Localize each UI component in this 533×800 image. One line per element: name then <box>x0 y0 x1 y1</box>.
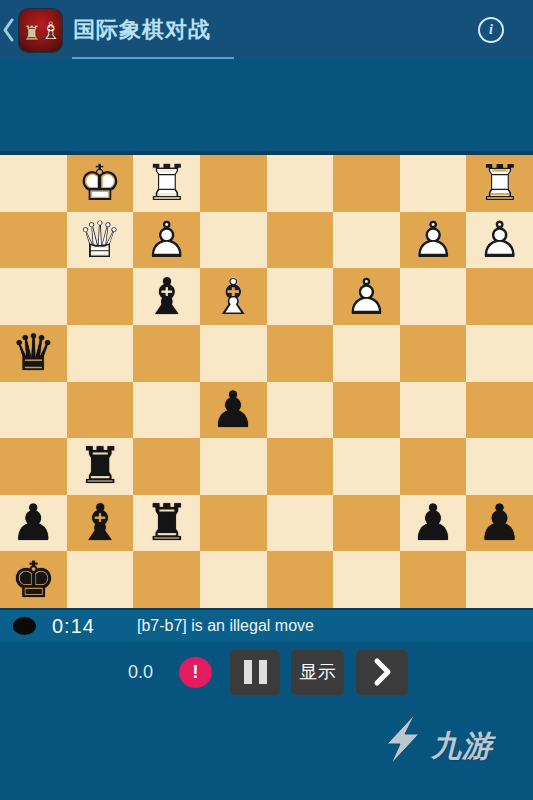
square-g5[interactable] <box>67 382 134 439</box>
square-a8[interactable] <box>466 551 533 608</box>
white-king[interactable]: ♚♔ <box>67 155 134 212</box>
square-e5[interactable]: ♟ <box>200 382 267 439</box>
square-h2[interactable] <box>0 212 67 269</box>
square-e1[interactable] <box>200 155 267 212</box>
white-bishop[interactable]: ♝♗ <box>200 268 267 325</box>
square-f6[interactable] <box>133 438 200 495</box>
square-c4[interactable] <box>333 325 400 382</box>
status-bar: 0:14 [b7-b7] is an illegal move <box>0 610 533 642</box>
square-b5[interactable] <box>400 382 467 439</box>
square-c6[interactable] <box>333 438 400 495</box>
square-c3[interactable]: ♟♙ <box>333 268 400 325</box>
square-h1[interactable] <box>0 155 67 212</box>
chess-board[interactable]: ♚♔♜♖♜♖♛♕♟♙♟♙♟♙♝♝♗♟♙♛♟♜♟♝♜♟♟♚ <box>0 151 533 610</box>
square-f7[interactable]: ♜ <box>133 495 200 552</box>
square-a7[interactable]: ♟ <box>466 495 533 552</box>
app-icon-piece-glyph: ♗ <box>40 17 62 45</box>
square-b8[interactable] <box>400 551 467 608</box>
square-d6[interactable] <box>267 438 334 495</box>
square-e3[interactable]: ♝♗ <box>200 268 267 325</box>
square-g8[interactable] <box>67 551 134 608</box>
back-button[interactable] <box>1 8 15 52</box>
pause-button[interactable] <box>230 650 280 695</box>
white-queen[interactable]: ♛♕ <box>67 212 134 269</box>
info-icon[interactable]: i <box>478 17 504 43</box>
square-h7[interactable]: ♟ <box>0 495 67 552</box>
pause-icon <box>259 660 267 684</box>
square-a4[interactable] <box>466 325 533 382</box>
square-e6[interactable] <box>200 438 267 495</box>
black-bishop[interactable]: ♝ <box>67 495 134 552</box>
square-d4[interactable] <box>267 325 334 382</box>
black-bishop[interactable]: ♝ <box>133 268 200 325</box>
square-g1[interactable]: ♚♔ <box>67 155 134 212</box>
black-rook[interactable]: ♜ <box>67 438 134 495</box>
square-a3[interactable] <box>466 268 533 325</box>
square-c2[interactable] <box>333 212 400 269</box>
square-h8[interactable]: ♚ <box>0 551 67 608</box>
square-g3[interactable] <box>67 268 134 325</box>
control-bar: 0.0 ! 显示 <box>0 648 533 696</box>
black-pawn[interactable]: ♟ <box>400 495 467 552</box>
alert-icon[interactable]: ! <box>179 657 212 688</box>
square-b1[interactable] <box>400 155 467 212</box>
square-e7[interactable] <box>200 495 267 552</box>
black-pawn[interactable]: ♟ <box>466 495 533 552</box>
show-button[interactable]: 显示 <box>291 650 344 695</box>
square-g2[interactable]: ♛♕ <box>67 212 134 269</box>
app-icon-piece-glyph: ♜ <box>23 21 41 45</box>
square-f2[interactable]: ♟♙ <box>133 212 200 269</box>
square-h3[interactable] <box>0 268 67 325</box>
square-f3[interactable]: ♝ <box>133 268 200 325</box>
square-d1[interactable] <box>267 155 334 212</box>
square-f4[interactable] <box>133 325 200 382</box>
square-h6[interactable] <box>0 438 67 495</box>
pause-icon <box>244 660 252 684</box>
square-e4[interactable] <box>200 325 267 382</box>
square-b4[interactable] <box>400 325 467 382</box>
square-b6[interactable] <box>400 438 467 495</box>
square-a2[interactable]: ♟♙ <box>466 212 533 269</box>
white-pawn[interactable]: ♟♙ <box>466 212 533 269</box>
title-underline <box>72 57 234 59</box>
black-rook[interactable]: ♜ <box>133 495 200 552</box>
app-icon: ♜ ♗ <box>19 9 62 52</box>
move-status-message: [b7-b7] is an illegal move <box>137 617 314 635</box>
square-g4[interactable] <box>67 325 134 382</box>
square-e8[interactable] <box>200 551 267 608</box>
black-queen[interactable]: ♛ <box>0 325 67 382</box>
square-g6[interactable]: ♜ <box>67 438 134 495</box>
square-a1[interactable]: ♜♖ <box>466 155 533 212</box>
square-a5[interactable] <box>466 382 533 439</box>
watermark-text: 九游 <box>431 726 493 767</box>
white-pawn[interactable]: ♟♙ <box>400 212 467 269</box>
square-a6[interactable] <box>466 438 533 495</box>
square-c7[interactable] <box>333 495 400 552</box>
square-h5[interactable] <box>0 382 67 439</box>
white-pawn[interactable]: ♟♙ <box>133 212 200 269</box>
square-c1[interactable] <box>333 155 400 212</box>
header-bar: ♜ ♗ 国际象棋对战 i <box>0 0 533 60</box>
square-c5[interactable] <box>333 382 400 439</box>
square-f8[interactable] <box>133 551 200 608</box>
square-d2[interactable] <box>267 212 334 269</box>
9game-logo-icon <box>381 714 421 770</box>
black-turn-indicator-dot <box>13 617 36 635</box>
square-b2[interactable]: ♟♙ <box>400 212 467 269</box>
square-d7[interactable] <box>267 495 334 552</box>
black-clock: 0:14 <box>52 615 95 638</box>
white-rook[interactable]: ♜♖ <box>133 155 200 212</box>
square-g7[interactable]: ♝ <box>67 495 134 552</box>
white-rook[interactable]: ♜♖ <box>466 155 533 212</box>
next-chevron-icon <box>372 657 392 687</box>
black-pawn[interactable]: ♟ <box>0 495 67 552</box>
next-button[interactable] <box>356 650 408 695</box>
square-b7[interactable]: ♟ <box>400 495 467 552</box>
square-c8[interactable] <box>333 551 400 608</box>
engine-score: 0.0 <box>128 662 153 683</box>
square-d5[interactable] <box>267 382 334 439</box>
black-pawn[interactable]: ♟ <box>200 382 267 439</box>
white-pawn[interactable]: ♟♙ <box>333 268 400 325</box>
square-d8[interactable] <box>267 551 334 608</box>
square-f1[interactable]: ♜♖ <box>133 155 200 212</box>
square-d3[interactable] <box>267 268 334 325</box>
black-king[interactable]: ♚ <box>0 551 67 608</box>
back-chevron-icon <box>2 17 14 43</box>
chess-app-screen: ♜ ♗ 国际象棋对战 i ♚♔♜♖♜♖♛♕♟♙♟♙♟♙♝♝♗♟♙♛♟♜♟♝♜♟♟… <box>0 0 533 800</box>
page-title: 国际象棋对战 <box>73 15 211 45</box>
square-f5[interactable] <box>133 382 200 439</box>
square-b3[interactable] <box>400 268 467 325</box>
square-h4[interactable]: ♛ <box>0 325 67 382</box>
square-e2[interactable] <box>200 212 267 269</box>
9game-watermark: 九游 <box>381 710 493 774</box>
